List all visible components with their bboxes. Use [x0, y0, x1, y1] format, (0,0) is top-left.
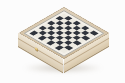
product-photo-scene — [0, 0, 125, 83]
